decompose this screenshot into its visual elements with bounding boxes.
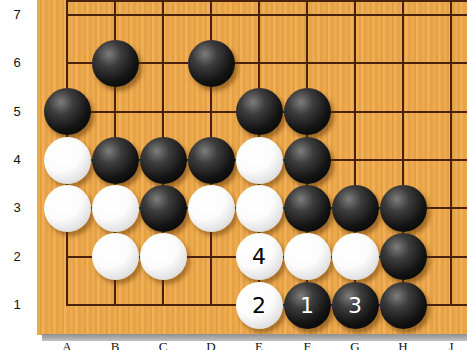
stone-white-E4[interactable] (236, 137, 283, 184)
stone-white-A3[interactable] (44, 185, 91, 232)
stone-black-H1[interactable] (380, 282, 427, 329)
row-label-1: 1 (2, 297, 32, 313)
stone-black-B6[interactable] (92, 40, 139, 87)
stone-white-D3[interactable] (188, 185, 235, 232)
stone-black-D6[interactable] (188, 40, 235, 87)
stone-black-F1[interactable]: 1 (284, 282, 331, 329)
stone-black-G3[interactable] (332, 185, 379, 232)
stone-black-A5[interactable] (44, 88, 91, 135)
stone-white-C2[interactable] (140, 233, 187, 280)
row-label-3: 3 (2, 200, 32, 216)
stone-black-H2[interactable] (380, 233, 427, 280)
stone-black-F3[interactable] (284, 185, 331, 232)
stone-white-B3[interactable] (92, 185, 139, 232)
row-label-5: 5 (2, 104, 32, 120)
board-bottom-edge-shadow (42, 334, 467, 341)
stone-black-F4[interactable] (284, 137, 331, 184)
stone-number: 3 (348, 293, 362, 318)
stone-black-D4[interactable] (188, 137, 235, 184)
row-label-6: 6 (2, 55, 32, 71)
stone-white-B2[interactable] (92, 233, 139, 280)
stone-white-E1[interactable]: 2 (236, 282, 283, 329)
grid-line-h-top-clipped (67, 0, 467, 2)
stone-black-E5[interactable] (236, 88, 283, 135)
stone-white-F2[interactable] (284, 233, 331, 280)
row-label-2: 2 (2, 249, 32, 265)
stone-white-E3[interactable] (236, 185, 283, 232)
stone-white-G2[interactable] (332, 233, 379, 280)
stone-black-B4[interactable] (92, 137, 139, 184)
grid-line-v-J (450, 0, 452, 306)
stone-number: 4 (252, 244, 266, 269)
stone-number: 2 (252, 293, 266, 318)
stone-black-H3[interactable] (380, 185, 427, 232)
stone-black-F5[interactable] (284, 88, 331, 135)
stone-black-C4[interactable] (140, 137, 187, 184)
stone-black-G1[interactable]: 3 (332, 282, 379, 329)
stone-white-E2[interactable]: 4 (236, 233, 283, 280)
row-label-4: 4 (2, 152, 32, 168)
go-diagram: 7654321ABCDEFGHJ 4213 (0, 0, 467, 350)
grid-line-h-7 (67, 14, 467, 16)
stone-black-C3[interactable] (140, 185, 187, 232)
stone-white-A4[interactable] (44, 137, 91, 184)
stone-number: 1 (300, 293, 314, 318)
row-label-7: 7 (2, 7, 32, 23)
